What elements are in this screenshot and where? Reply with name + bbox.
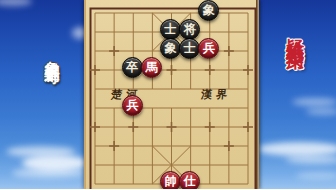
piece-character: 卒: [126, 57, 138, 76]
piece-black-soldier[interactable]: 卒: [122, 57, 143, 78]
video-thumbnail: 楚河 漢界 象士将象士兵卒馬兵帥仕 象棋刘正哥 疑难绝妙实用: [0, 0, 336, 189]
piece-black-elephant[interactable]: 象: [160, 38, 181, 59]
xiangqi-board[interactable]: 楚河 漢界 象士将象士兵卒馬兵帥仕: [84, 0, 259, 189]
piece-character: 将: [184, 19, 196, 38]
piece-red-soldier[interactable]: 兵: [198, 38, 219, 59]
slogan-title-vertical: 疑难绝妙实用: [283, 23, 307, 41]
piece-red-soldier[interactable]: 兵: [122, 95, 143, 116]
piece-character: 士: [184, 38, 196, 57]
piece-character: 仕: [184, 171, 196, 189]
piece-black-advisor[interactable]: 士: [160, 19, 181, 40]
piece-red-horse[interactable]: 馬: [141, 57, 162, 78]
piece-character: 兵: [203, 38, 215, 57]
piece-character: 兵: [126, 95, 138, 114]
channel-title-vertical: 象棋刘正哥: [42, 49, 61, 59]
piece-character: 象: [203, 0, 215, 19]
piece-black-advisor[interactable]: 士: [179, 38, 200, 59]
piece-character: 士: [165, 19, 177, 38]
piece-character: 馬: [145, 57, 157, 76]
river-label-right: 漢界: [200, 87, 232, 102]
piece-red-general[interactable]: 帥: [160, 171, 181, 190]
piece-character: 象: [165, 38, 177, 57]
piece-red-advisor[interactable]: 仕: [179, 171, 200, 190]
piece-black-elephant[interactable]: 象: [198, 0, 219, 21]
piece-black-general[interactable]: 将: [179, 19, 200, 40]
piece-character: 帥: [165, 171, 177, 189]
